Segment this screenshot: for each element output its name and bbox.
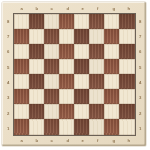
file-label: b bbox=[29, 136, 44, 144]
square-c2[interactable] bbox=[44, 104, 59, 119]
square-b8[interactable] bbox=[29, 14, 44, 29]
square-c5[interactable] bbox=[44, 59, 59, 74]
square-c3[interactable] bbox=[44, 89, 59, 104]
square-d2[interactable] bbox=[59, 104, 74, 119]
square-f5[interactable] bbox=[89, 59, 104, 74]
file-label: a bbox=[14, 4, 29, 12]
rank-label: 3 bbox=[136, 91, 144, 106]
square-h8[interactable] bbox=[119, 14, 134, 29]
square-g8[interactable] bbox=[104, 14, 119, 29]
file-label: c bbox=[45, 4, 60, 12]
square-a1[interactable] bbox=[14, 119, 29, 134]
square-h1[interactable] bbox=[119, 119, 134, 134]
rank-label: 1 bbox=[4, 122, 12, 137]
square-f6[interactable] bbox=[89, 44, 104, 59]
chess-board: abcdefgh abcdefgh 87654321 87654321 bbox=[2, 2, 146, 146]
square-e4[interactable] bbox=[74, 74, 89, 89]
square-c6[interactable] bbox=[44, 44, 59, 59]
square-d7[interactable] bbox=[59, 29, 74, 44]
square-e7[interactable] bbox=[74, 29, 89, 44]
square-b4[interactable] bbox=[29, 74, 44, 89]
square-d5[interactable] bbox=[59, 59, 74, 74]
square-b7[interactable] bbox=[29, 29, 44, 44]
rank-labels-left: 87654321 bbox=[4, 14, 13, 137]
square-b6[interactable] bbox=[29, 44, 44, 59]
rank-label: 3 bbox=[4, 91, 12, 106]
square-a4[interactable] bbox=[14, 74, 29, 89]
square-e3[interactable] bbox=[74, 89, 89, 104]
square-d4[interactable] bbox=[59, 74, 74, 89]
square-e6[interactable] bbox=[74, 44, 89, 59]
rank-label: 2 bbox=[4, 106, 12, 121]
square-h3[interactable] bbox=[119, 89, 134, 104]
square-d1[interactable] bbox=[59, 119, 74, 134]
file-label: a bbox=[14, 136, 29, 144]
square-c1[interactable] bbox=[44, 119, 59, 134]
file-label: d bbox=[60, 136, 75, 144]
square-b5[interactable] bbox=[29, 59, 44, 74]
file-label: f bbox=[91, 4, 106, 12]
playing-area bbox=[13, 13, 136, 136]
rank-label: 1 bbox=[136, 122, 144, 137]
file-label: g bbox=[106, 4, 121, 12]
square-a3[interactable] bbox=[14, 89, 29, 104]
square-h5[interactable] bbox=[119, 59, 134, 74]
square-f3[interactable] bbox=[89, 89, 104, 104]
rank-label: 5 bbox=[136, 60, 144, 75]
square-b2[interactable] bbox=[29, 104, 44, 119]
square-a8[interactable] bbox=[14, 14, 29, 29]
rank-label: 4 bbox=[4, 75, 12, 90]
square-h2[interactable] bbox=[119, 104, 134, 119]
rank-label: 6 bbox=[4, 45, 12, 60]
square-c7[interactable] bbox=[44, 29, 59, 44]
file-label: e bbox=[75, 4, 90, 12]
square-d6[interactable] bbox=[59, 44, 74, 59]
square-h6[interactable] bbox=[119, 44, 134, 59]
square-g2[interactable] bbox=[104, 104, 119, 119]
file-label: h bbox=[122, 136, 137, 144]
square-c4[interactable] bbox=[44, 74, 59, 89]
file-label: g bbox=[106, 136, 121, 144]
square-g6[interactable] bbox=[104, 44, 119, 59]
rank-label: 8 bbox=[4, 14, 12, 29]
rank-label: 2 bbox=[136, 106, 144, 121]
rank-label: 7 bbox=[4, 29, 12, 44]
square-f1[interactable] bbox=[89, 119, 104, 134]
square-a6[interactable] bbox=[14, 44, 29, 59]
file-labels-top: abcdefgh bbox=[14, 4, 137, 13]
file-label: h bbox=[122, 4, 137, 12]
square-e1[interactable] bbox=[74, 119, 89, 134]
square-g1[interactable] bbox=[104, 119, 119, 134]
square-c8[interactable] bbox=[44, 14, 59, 29]
square-b1[interactable] bbox=[29, 119, 44, 134]
rank-label: 4 bbox=[136, 75, 144, 90]
rank-label: 7 bbox=[136, 29, 144, 44]
square-h7[interactable] bbox=[119, 29, 134, 44]
file-label: e bbox=[75, 136, 90, 144]
square-e8[interactable] bbox=[74, 14, 89, 29]
square-g3[interactable] bbox=[104, 89, 119, 104]
file-label: d bbox=[60, 4, 75, 12]
square-f8[interactable] bbox=[89, 14, 104, 29]
square-a5[interactable] bbox=[14, 59, 29, 74]
file-label: b bbox=[29, 4, 44, 12]
square-g7[interactable] bbox=[104, 29, 119, 44]
square-d3[interactable] bbox=[59, 89, 74, 104]
square-e2[interactable] bbox=[74, 104, 89, 119]
square-d8[interactable] bbox=[59, 14, 74, 29]
file-label: c bbox=[45, 136, 60, 144]
square-h4[interactable] bbox=[119, 74, 134, 89]
file-labels-bottom: abcdefgh bbox=[14, 136, 137, 145]
square-f4[interactable] bbox=[89, 74, 104, 89]
square-a2[interactable] bbox=[14, 104, 29, 119]
square-a7[interactable] bbox=[14, 29, 29, 44]
rank-label: 8 bbox=[136, 14, 144, 29]
file-label: f bbox=[91, 136, 106, 144]
square-f2[interactable] bbox=[89, 104, 104, 119]
square-g4[interactable] bbox=[104, 74, 119, 89]
rank-label: 5 bbox=[4, 60, 12, 75]
square-f7[interactable] bbox=[89, 29, 104, 44]
rank-labels-right: 87654321 bbox=[136, 14, 145, 137]
rank-label: 6 bbox=[136, 45, 144, 60]
square-g5[interactable] bbox=[104, 59, 119, 74]
square-b3[interactable] bbox=[29, 89, 44, 104]
square-e5[interactable] bbox=[74, 59, 89, 74]
